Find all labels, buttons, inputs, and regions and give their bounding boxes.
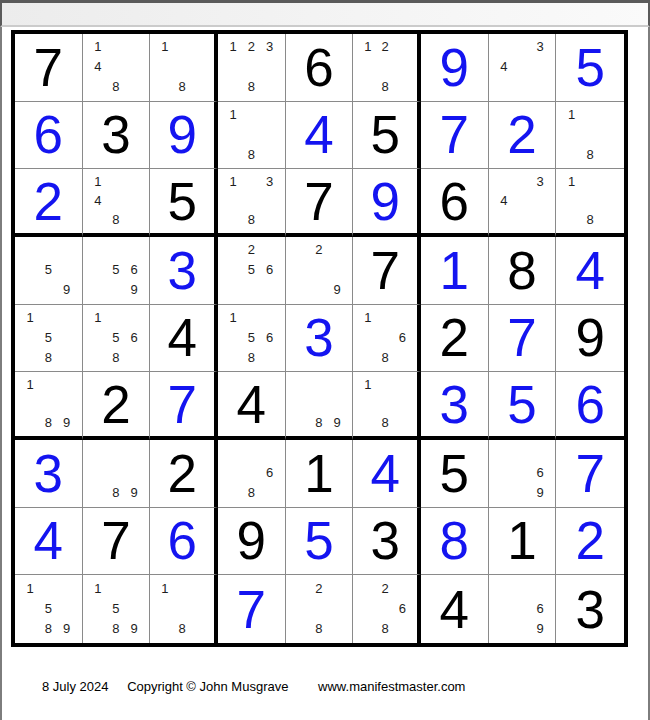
- candidate-empty: [260, 77, 278, 97]
- candidate-empty: [107, 172, 125, 191]
- solved-digit: 7: [575, 447, 604, 500]
- candidate-1: 1: [224, 37, 242, 57]
- candidate-8: 8: [107, 210, 125, 229]
- candidate-empty: [125, 191, 143, 210]
- given-digit: 1: [304, 447, 333, 500]
- cell-r1c9[interactable]: 5: [556, 34, 624, 102]
- candidate-empty: [513, 210, 531, 229]
- cell-r7c4[interactable]: 68: [218, 440, 286, 508]
- given-digit: 6: [440, 175, 469, 228]
- given-digit: 4: [440, 583, 469, 636]
- candidate-empty: [89, 280, 107, 300]
- candidate-empty: [156, 599, 173, 619]
- candidate-empty: [377, 308, 394, 328]
- candidate-4: 4: [495, 191, 513, 210]
- cell-r3c6[interactable]: 9: [353, 169, 421, 237]
- given-digit: 7: [370, 244, 399, 297]
- cell-r6c4[interactable]: 4: [218, 372, 286, 440]
- candidate-empty: [359, 599, 376, 619]
- candidate-9: 9: [328, 413, 346, 432]
- cell-r3c4[interactable]: 138: [218, 169, 286, 237]
- given-digit: 4: [237, 378, 266, 431]
- given-digit: 9: [575, 311, 604, 364]
- cell-r5c6[interactable]: 168: [353, 305, 421, 373]
- candidate-empty: [292, 578, 310, 598]
- candidate-marks: 59: [15, 237, 82, 304]
- candidate-marks: 168: [353, 305, 417, 372]
- cell-r2c8[interactable]: 2: [489, 102, 557, 170]
- candidate-empty: [242, 463, 260, 483]
- cell-r7c5[interactable]: 1: [286, 440, 354, 508]
- cell-r6c9[interactable]: 6: [556, 372, 624, 440]
- cell-r8c6[interactable]: 3: [353, 508, 421, 576]
- candidate-empty: [513, 57, 531, 77]
- cell-r9c1[interactable]: 1589: [15, 575, 83, 643]
- cell-r5c7[interactable]: 2: [421, 305, 489, 373]
- candidate-empty: [21, 240, 39, 260]
- candidate-5: 5: [107, 328, 125, 348]
- candidate-6: 6: [394, 328, 411, 348]
- candidate-empty: [174, 57, 191, 77]
- candidate-1: 1: [21, 308, 39, 328]
- candidate-empty: [39, 280, 57, 300]
- candidate-8: 8: [377, 77, 394, 97]
- solved-digit: 3: [167, 244, 196, 297]
- cell-r9c2[interactable]: 1589: [83, 575, 151, 643]
- cell-r1c5[interactable]: 6: [286, 34, 354, 102]
- candidate-1: 1: [359, 375, 376, 394]
- candidate-empty: [57, 240, 75, 260]
- cell-r2c4[interactable]: 18: [218, 102, 286, 170]
- candidate-marks: 89: [83, 440, 150, 507]
- cell-r4c1[interactable]: 59: [15, 237, 83, 305]
- cell-r4c9[interactable]: 4: [556, 237, 624, 305]
- candidate-marks: 89: [286, 372, 353, 436]
- cell-r4c4[interactable]: 256: [218, 237, 286, 305]
- given-digit: 7: [304, 175, 333, 228]
- cell-r5c3[interactable]: 4: [150, 305, 218, 373]
- given-digit: 2: [167, 447, 196, 500]
- candidate-empty: [513, 443, 531, 463]
- solved-digit: 9: [167, 108, 196, 161]
- candidate-empty: [156, 77, 173, 97]
- candidate-1: 1: [89, 308, 107, 328]
- candidate-8: 8: [581, 210, 600, 229]
- cell-r3c8[interactable]: 34: [489, 169, 557, 237]
- candidate-empty: [174, 599, 191, 619]
- candidate-empty: [599, 105, 618, 125]
- cell-r4c2[interactable]: 569: [83, 237, 151, 305]
- cell-r8c7[interactable]: 8: [421, 508, 489, 576]
- candidate-empty: [21, 260, 39, 280]
- candidate-marks: 69: [489, 575, 556, 643]
- candidate-marks: 34: [489, 169, 556, 233]
- candidate-empty: [125, 37, 143, 57]
- candidate-empty: [89, 240, 107, 260]
- cell-r7c8[interactable]: 69: [489, 440, 557, 508]
- given-digit: 3: [101, 108, 130, 161]
- candidate-empty: [513, 599, 531, 619]
- given-digit: 7: [34, 41, 63, 94]
- cell-r2c1[interactable]: 6: [15, 102, 83, 170]
- cell-r8c3[interactable]: 6: [150, 508, 218, 576]
- cell-r2c2[interactable]: 3: [83, 102, 151, 170]
- cell-r5c2[interactable]: 1568: [83, 305, 151, 373]
- candidate-empty: [310, 280, 328, 300]
- cell-r5c9[interactable]: 9: [556, 305, 624, 373]
- candidate-empty: [599, 144, 618, 164]
- solved-digit: 7: [237, 583, 266, 636]
- candidate-empty: [39, 394, 57, 413]
- cell-r8c9[interactable]: 2: [556, 508, 624, 576]
- candidate-empty: [107, 463, 125, 483]
- cell-r7c2[interactable]: 89: [83, 440, 151, 508]
- footer: 8 July 2024 Copyright © John Musgrave ww…: [42, 679, 465, 694]
- cell-r8c8[interactable]: 1: [489, 508, 557, 576]
- candidate-marks: 18: [556, 169, 624, 233]
- candidate-empty: [394, 347, 411, 367]
- candidate-empty: [156, 57, 173, 77]
- candidate-empty: [292, 394, 310, 413]
- candidate-empty: [292, 280, 310, 300]
- candidate-8: 8: [242, 77, 260, 97]
- solved-digit: 7: [167, 378, 196, 431]
- candidate-empty: [89, 328, 107, 348]
- candidate-empty: [513, 37, 531, 57]
- given-digit: 3: [575, 583, 604, 636]
- solved-digit: 2: [507, 108, 536, 161]
- cell-r1c8[interactable]: 34: [489, 34, 557, 102]
- candidate-8: 8: [107, 77, 125, 97]
- solved-digit: 9: [440, 41, 469, 94]
- candidate-empty: [359, 619, 376, 639]
- candidate-empty: [292, 375, 310, 394]
- solved-digit: 4: [34, 514, 63, 567]
- candidate-empty: [224, 77, 242, 97]
- candidate-9: 9: [57, 413, 75, 432]
- candidate-empty: [125, 240, 143, 260]
- candidate-empty: [107, 578, 125, 598]
- cell-r1c2[interactable]: 148: [83, 34, 151, 102]
- cell-r6c1[interactable]: 189: [15, 372, 83, 440]
- candidate-marks: 569: [83, 237, 150, 304]
- given-digit: 5: [370, 108, 399, 161]
- given-digit: 5: [440, 447, 469, 500]
- cell-r3c7[interactable]: 6: [421, 169, 489, 237]
- candidate-empty: [224, 443, 242, 463]
- cell-r3c2[interactable]: 148: [83, 169, 151, 237]
- cell-r1c1[interactable]: 7: [15, 34, 83, 102]
- cell-r5c8[interactable]: 7: [489, 305, 557, 373]
- candidate-empty: [531, 77, 549, 97]
- candidate-empty: [377, 328, 394, 348]
- candidate-empty: [89, 260, 107, 280]
- candidate-empty: [39, 375, 57, 394]
- candidate-empty: [242, 172, 260, 191]
- candidate-marks: 1568: [218, 305, 285, 372]
- candidate-empty: [562, 210, 581, 229]
- cell-r7c1[interactable]: 3: [15, 440, 83, 508]
- cell-r2c5[interactable]: 4: [286, 102, 354, 170]
- candidate-5: 5: [107, 599, 125, 619]
- cell-r6c6[interactable]: 18: [353, 372, 421, 440]
- solved-digit: 7: [440, 108, 469, 161]
- candidate-empty: [107, 308, 125, 328]
- candidate-1: 1: [89, 578, 107, 598]
- candidate-empty: [21, 347, 39, 367]
- candidate-empty: [107, 280, 125, 300]
- candidate-empty: [39, 578, 57, 598]
- candidate-8: 8: [581, 144, 600, 164]
- solved-digit: 4: [304, 108, 333, 161]
- cell-r8c4[interactable]: 9: [218, 508, 286, 576]
- candidate-empty: [292, 413, 310, 432]
- candidate-6: 6: [260, 463, 278, 483]
- cell-r9c4[interactable]: 7: [218, 575, 286, 643]
- candidate-empty: [394, 394, 411, 413]
- cell-r7c9[interactable]: 7: [556, 440, 624, 508]
- candidate-1: 1: [224, 308, 242, 328]
- cell-r7c7[interactable]: 5: [421, 440, 489, 508]
- candidate-marks: 28: [286, 575, 353, 643]
- candidate-empty: [310, 599, 328, 619]
- candidate-marks: 148: [83, 169, 150, 233]
- cell-r3c3[interactable]: 5: [150, 169, 218, 237]
- candidate-empty: [260, 280, 278, 300]
- candidate-empty: [328, 240, 346, 260]
- candidate-empty: [394, 37, 411, 57]
- candidate-empty: [562, 144, 581, 164]
- candidate-empty: [328, 375, 346, 394]
- candidate-empty: [89, 619, 107, 639]
- cell-r2c9[interactable]: 18: [556, 102, 624, 170]
- cell-r9c9[interactable]: 3: [556, 575, 624, 643]
- cell-r5c5[interactable]: 3: [286, 305, 354, 373]
- solved-digit: 4: [370, 447, 399, 500]
- candidate-empty: [242, 125, 260, 145]
- candidate-empty: [260, 57, 278, 77]
- candidate-marks: 148: [83, 34, 150, 101]
- candidate-empty: [328, 260, 346, 280]
- cell-r9c7[interactable]: 4: [421, 575, 489, 643]
- candidate-empty: [174, 578, 191, 598]
- candidate-marks: 18: [556, 102, 624, 169]
- candidate-marks: 268: [353, 575, 417, 643]
- candidate-empty: [513, 619, 531, 639]
- candidate-empty: [562, 125, 581, 145]
- solved-digit: 8: [440, 514, 469, 567]
- solved-digit: 6: [34, 108, 63, 161]
- candidate-empty: [394, 308, 411, 328]
- candidate-empty: [328, 578, 346, 598]
- cell-r4c3[interactable]: 3: [150, 237, 218, 305]
- candidate-3: 3: [260, 37, 278, 57]
- candidate-empty: [89, 77, 107, 97]
- candidate-empty: [359, 57, 376, 77]
- cell-r1c7[interactable]: 9: [421, 34, 489, 102]
- candidate-empty: [156, 619, 173, 639]
- candidate-empty: [377, 394, 394, 413]
- solved-digit: 2: [575, 514, 604, 567]
- candidate-empty: [107, 191, 125, 210]
- candidate-empty: [57, 599, 75, 619]
- cell-r3c9[interactable]: 18: [556, 169, 624, 237]
- candidate-1: 1: [21, 578, 39, 598]
- candidate-empty: [599, 125, 618, 145]
- candidate-empty: [224, 328, 242, 348]
- candidate-empty: [495, 483, 513, 503]
- cell-r4c8[interactable]: 8: [489, 237, 557, 305]
- cell-r9c3[interactable]: 18: [150, 575, 218, 643]
- candidate-2: 2: [242, 37, 260, 57]
- candidate-9: 9: [531, 483, 549, 503]
- candidate-2: 2: [242, 240, 260, 260]
- candidate-empty: [174, 37, 191, 57]
- candidate-empty: [89, 347, 107, 367]
- candidate-1: 1: [562, 172, 581, 191]
- candidate-empty: [513, 463, 531, 483]
- candidate-empty: [260, 240, 278, 260]
- candidate-empty: [191, 578, 208, 598]
- given-digit: 2: [101, 378, 130, 431]
- cell-r8c2[interactable]: 7: [83, 508, 151, 576]
- candidate-empty: [260, 144, 278, 164]
- candidate-1: 1: [562, 105, 581, 125]
- cell-r2c3[interactable]: 9: [150, 102, 218, 170]
- footer-date: 8 July 2024: [42, 679, 109, 694]
- cell-r5c4[interactable]: 1568: [218, 305, 286, 373]
- cell-r6c3[interactable]: 7: [150, 372, 218, 440]
- candidate-empty: [377, 599, 394, 619]
- cell-r2c7[interactable]: 7: [421, 102, 489, 170]
- candidate-empty: [224, 240, 242, 260]
- candidate-empty: [89, 599, 107, 619]
- candidate-empty: [328, 619, 346, 639]
- candidate-empty: [57, 328, 75, 348]
- candidate-empty: [107, 37, 125, 57]
- given-digit: 5: [167, 175, 196, 228]
- candidate-empty: [242, 191, 260, 210]
- cell-r6c2[interactable]: 2: [83, 372, 151, 440]
- candidate-empty: [39, 308, 57, 328]
- candidate-2: 2: [377, 37, 394, 57]
- candidate-empty: [260, 308, 278, 328]
- candidate-empty: [125, 57, 143, 77]
- candidate-8: 8: [174, 77, 191, 97]
- candidate-empty: [242, 280, 260, 300]
- given-digit: 6: [304, 41, 333, 94]
- candidate-empty: [125, 77, 143, 97]
- cell-r5c1[interactable]: 158: [15, 305, 83, 373]
- given-digit: 8: [507, 244, 536, 297]
- cell-r9c8[interactable]: 69: [489, 575, 557, 643]
- cell-r9c5[interactable]: 28: [286, 575, 354, 643]
- cell-r3c5[interactable]: 7: [286, 169, 354, 237]
- candidate-empty: [224, 280, 242, 300]
- candidate-8: 8: [39, 413, 57, 432]
- cell-r6c5[interactable]: 89: [286, 372, 354, 440]
- candidate-empty: [57, 260, 75, 280]
- candidate-8: 8: [242, 347, 260, 367]
- candidate-empty: [21, 619, 39, 639]
- candidate-8: 8: [310, 413, 328, 432]
- cell-r4c6[interactable]: 7: [353, 237, 421, 305]
- cell-r3c1[interactable]: 2: [15, 169, 83, 237]
- candidate-4: 4: [89, 191, 107, 210]
- candidate-empty: [191, 37, 208, 57]
- candidate-empty: [107, 443, 125, 463]
- candidate-empty: [531, 578, 549, 598]
- candidate-empty: [599, 191, 618, 210]
- candidate-empty: [562, 191, 581, 210]
- candidate-empty: [107, 57, 125, 77]
- candidate-empty: [495, 77, 513, 97]
- candidate-5: 5: [242, 328, 260, 348]
- candidate-empty: [224, 260, 242, 280]
- candidate-8: 8: [174, 619, 191, 639]
- candidate-6: 6: [260, 260, 278, 280]
- candidate-5: 5: [242, 260, 260, 280]
- cell-r2c6[interactable]: 5: [353, 102, 421, 170]
- candidate-empty: [310, 260, 328, 280]
- candidate-6: 6: [531, 599, 549, 619]
- candidate-empty: [531, 210, 549, 229]
- candidate-empty: [125, 347, 143, 367]
- candidate-empty: [224, 57, 242, 77]
- candidate-empty: [57, 375, 75, 394]
- cell-r7c6[interactable]: 4: [353, 440, 421, 508]
- cell-r4c7[interactable]: 1: [421, 237, 489, 305]
- candidate-marks: 34: [489, 34, 556, 101]
- candidate-empty: [495, 578, 513, 598]
- candidate-9: 9: [531, 619, 549, 639]
- candidate-marks: 69: [489, 440, 556, 507]
- footer-copyright: Copyright © John Musgrave: [127, 679, 288, 694]
- candidate-empty: [513, 578, 531, 598]
- cell-r1c4[interactable]: 1238: [218, 34, 286, 102]
- candidate-empty: [224, 144, 242, 164]
- cell-r4c5[interactable]: 29: [286, 237, 354, 305]
- candidate-empty: [224, 483, 242, 503]
- candidate-empty: [57, 308, 75, 328]
- cell-r6c8[interactable]: 5: [489, 372, 557, 440]
- candidate-empty: [581, 191, 600, 210]
- cell-r7c3[interactable]: 2: [150, 440, 218, 508]
- candidate-2: 2: [377, 578, 394, 598]
- window-titlebar[interactable]: [0, 0, 650, 27]
- candidate-empty: [242, 443, 260, 463]
- candidate-1: 1: [156, 578, 173, 598]
- candidate-6: 6: [125, 260, 143, 280]
- candidate-8: 8: [107, 483, 125, 503]
- candidate-8: 8: [39, 619, 57, 639]
- candidate-empty: [21, 413, 39, 432]
- cell-r8c1[interactable]: 4: [15, 508, 83, 576]
- solved-digit: 4: [575, 244, 604, 297]
- candidate-empty: [495, 172, 513, 191]
- cell-r8c5[interactable]: 5: [286, 508, 354, 576]
- candidate-empty: [599, 172, 618, 191]
- given-digit: 7: [101, 514, 130, 567]
- candidate-empty: [260, 125, 278, 145]
- candidate-marks: 29: [286, 237, 353, 304]
- cell-r1c6[interactable]: 128: [353, 34, 421, 102]
- cell-r1c3[interactable]: 18: [150, 34, 218, 102]
- candidate-empty: [394, 375, 411, 394]
- cell-r9c6[interactable]: 268: [353, 575, 421, 643]
- cell-r6c7[interactable]: 3: [421, 372, 489, 440]
- candidate-empty: [359, 413, 376, 432]
